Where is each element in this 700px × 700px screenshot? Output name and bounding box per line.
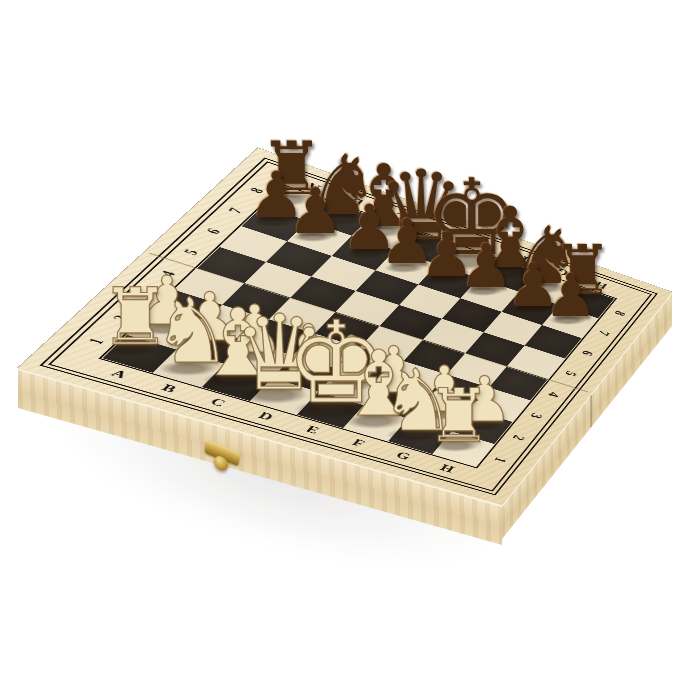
fold-seam-side (590, 395, 591, 429)
rank-label-5-right: 5 (555, 364, 586, 382)
piece-black-pawn-h7[interactable]: ♟ (541, 266, 600, 325)
rank-label-6-right: 6 (572, 344, 602, 362)
chess-set-photo: AABBCCDDEEFFGGHH8877665544332211 ♜♞♝♛♚♝♞… (0, 0, 700, 700)
rank-label-6-left: 6 (195, 221, 233, 241)
rank-label-4-right: 4 (538, 385, 569, 403)
rank-label-5-left: 5 (172, 242, 210, 262)
piece-white-rook-h1[interactable]: ♜ (422, 379, 495, 452)
rank-label-3-right: 3 (520, 406, 552, 425)
